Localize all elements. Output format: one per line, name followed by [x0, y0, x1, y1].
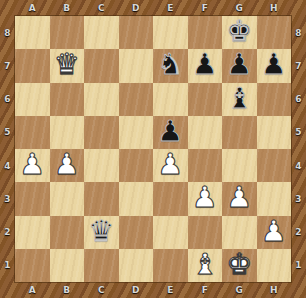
piece-white-pawn-g3[interactable]: ♟: [226, 183, 252, 212]
coord-file-a-bottom: A: [15, 282, 50, 298]
square-h5[interactable]: [257, 116, 292, 149]
square-b8[interactable]: [50, 16, 85, 49]
coord-file-e-bottom: E: [153, 282, 188, 298]
piece-black-bishop-g6[interactable]: ♝: [226, 84, 252, 113]
file-labels-top: ABCDEFGH: [15, 0, 291, 16]
coord-file-d-top: D: [119, 0, 154, 16]
square-f8[interactable]: [188, 16, 223, 49]
square-e2[interactable]: [153, 216, 188, 249]
rank-labels-left: 87654321: [0, 16, 15, 282]
square-d3[interactable]: [119, 182, 154, 215]
square-g6[interactable]: ♝: [222, 83, 257, 116]
square-d1[interactable]: [119, 249, 154, 282]
piece-black-pawn-g7[interactable]: ♟: [226, 50, 252, 79]
coord-rank-4-right: 4: [291, 149, 306, 182]
coord-rank-5-right: 5: [291, 116, 306, 149]
piece-black-queen-c2[interactable]: ♛: [88, 217, 114, 246]
coord-file-f-top: F: [188, 0, 223, 16]
piece-black-pawn-h7[interactable]: ♟: [261, 50, 287, 79]
coord-file-b-bottom: B: [50, 282, 85, 298]
square-b5[interactable]: [50, 116, 85, 149]
square-g7[interactable]: ♟: [222, 49, 257, 82]
coord-file-f-bottom: F: [188, 282, 223, 298]
square-a4[interactable]: ♟: [15, 149, 50, 182]
piece-white-pawn-a4[interactable]: ♟: [19, 150, 45, 179]
coord-file-a-top: A: [15, 0, 50, 16]
coord-rank-6-left: 6: [0, 83, 15, 116]
piece-black-king-g8[interactable]: ♚: [226, 17, 252, 46]
coord-rank-2-right: 2: [291, 216, 306, 249]
coord-file-h-top: H: [257, 0, 292, 16]
square-a1[interactable]: [15, 249, 50, 282]
square-f5[interactable]: [188, 116, 223, 149]
coord-file-e-top: E: [153, 0, 188, 16]
square-b3[interactable]: [50, 182, 85, 215]
coord-rank-4-left: 4: [0, 149, 15, 182]
square-h3[interactable]: [257, 182, 292, 215]
square-b1[interactable]: [50, 249, 85, 282]
square-e1[interactable]: [153, 249, 188, 282]
square-d8[interactable]: [119, 16, 154, 49]
square-e8[interactable]: [153, 16, 188, 49]
coord-rank-1-right: 1: [291, 249, 306, 282]
square-c6[interactable]: [84, 83, 119, 116]
piece-white-queen-b7[interactable]: ♛: [54, 50, 80, 79]
square-a5[interactable]: [15, 116, 50, 149]
square-b7[interactable]: ♛: [50, 49, 85, 82]
file-labels-bottom: ABCDEFGH: [15, 282, 291, 298]
coord-file-c-top: C: [84, 0, 119, 16]
square-g5[interactable]: [222, 116, 257, 149]
piece-black-knight-e7[interactable]: ♞: [157, 50, 183, 79]
piece-black-pawn-f7[interactable]: ♟: [192, 50, 218, 79]
square-d6[interactable]: [119, 83, 154, 116]
square-a7[interactable]: [15, 49, 50, 82]
coord-file-d-bottom: D: [119, 282, 154, 298]
square-h8[interactable]: [257, 16, 292, 49]
square-b6[interactable]: [50, 83, 85, 116]
square-g1[interactable]: ♚: [222, 249, 257, 282]
square-c4[interactable]: [84, 149, 119, 182]
square-e6[interactable]: [153, 83, 188, 116]
coord-rank-7-left: 7: [0, 49, 15, 82]
square-c1[interactable]: [84, 249, 119, 282]
coord-file-g-bottom: G: [222, 282, 257, 298]
square-c3[interactable]: [84, 182, 119, 215]
square-d5[interactable]: [119, 116, 154, 149]
coord-rank-3-right: 3: [291, 182, 306, 215]
piece-white-bishop-f1[interactable]: ♝: [192, 250, 218, 279]
square-c5[interactable]: [84, 116, 119, 149]
square-g8[interactable]: ♚: [222, 16, 257, 49]
piece-white-pawn-e4[interactable]: ♟: [157, 150, 183, 179]
square-h2[interactable]: ♟: [257, 216, 292, 249]
coord-rank-1-left: 1: [0, 249, 15, 282]
square-d2[interactable]: [119, 216, 154, 249]
square-f3[interactable]: ♟: [188, 182, 223, 215]
piece-black-pawn-e5[interactable]: ♟: [157, 117, 183, 146]
coord-file-g-top: G: [222, 0, 257, 16]
square-a6[interactable]: [15, 83, 50, 116]
rank-labels-right: 87654321: [291, 16, 306, 282]
coord-rank-2-left: 2: [0, 216, 15, 249]
square-h1[interactable]: [257, 249, 292, 282]
square-g2[interactable]: [222, 216, 257, 249]
square-c7[interactable]: [84, 49, 119, 82]
square-h4[interactable]: [257, 149, 292, 182]
square-f2[interactable]: [188, 216, 223, 249]
square-h6[interactable]: [257, 83, 292, 116]
coord-rank-8-right: 8: [291, 16, 306, 49]
coord-rank-7-right: 7: [291, 49, 306, 82]
square-e4[interactable]: ♟: [153, 149, 188, 182]
square-f7[interactable]: ♟: [188, 49, 223, 82]
coord-file-h-bottom: H: [257, 282, 292, 298]
piece-white-pawn-b4[interactable]: ♟: [54, 150, 80, 179]
square-c8[interactable]: [84, 16, 119, 49]
square-a2[interactable]: [15, 216, 50, 249]
square-b4[interactable]: ♟: [50, 149, 85, 182]
chess-board-frame: ABCDEFGH ABCDEFGH 87654321 87654321 ♚♛♞♟…: [0, 0, 306, 298]
square-d7[interactable]: [119, 49, 154, 82]
square-g3[interactable]: ♟: [222, 182, 257, 215]
square-b2[interactable]: [50, 216, 85, 249]
square-f4[interactable]: [188, 149, 223, 182]
coord-rank-6-right: 6: [291, 83, 306, 116]
coord-rank-5-left: 5: [0, 116, 15, 149]
coord-file-c-bottom: C: [84, 282, 119, 298]
square-h7[interactable]: ♟: [257, 49, 292, 82]
piece-white-king-g1[interactable]: ♚: [226, 250, 252, 279]
coord-rank-8-left: 8: [0, 16, 15, 49]
chess-board: ♚♛♞♟♟♟♝♟♟♟♟♟♟♛♟♝♚: [15, 16, 291, 282]
square-f6[interactable]: [188, 83, 223, 116]
square-f1[interactable]: ♝: [188, 249, 223, 282]
square-a3[interactable]: [15, 182, 50, 215]
square-e3[interactable]: [153, 182, 188, 215]
square-c2[interactable]: ♛: [84, 216, 119, 249]
coord-file-b-top: B: [50, 0, 85, 16]
square-g4[interactable]: [222, 149, 257, 182]
square-d4[interactable]: [119, 149, 154, 182]
square-e7[interactable]: ♞: [153, 49, 188, 82]
piece-white-pawn-f3[interactable]: ♟: [192, 183, 218, 212]
square-a8[interactable]: [15, 16, 50, 49]
piece-white-pawn-h2[interactable]: ♟: [261, 217, 287, 246]
coord-rank-3-left: 3: [0, 182, 15, 215]
square-e5[interactable]: ♟: [153, 116, 188, 149]
